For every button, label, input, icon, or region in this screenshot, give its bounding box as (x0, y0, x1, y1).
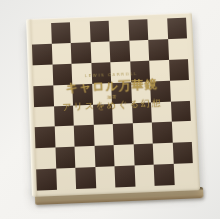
board-cell-r6c1 (35, 127, 55, 149)
board-cell-r4c6 (131, 81, 151, 103)
board-cell-r2c8 (168, 38, 188, 59)
board-cell-r8c4 (95, 166, 115, 188)
board-cell-r4c2 (53, 84, 73, 106)
board-cell-r4c8 (169, 80, 189, 102)
board-cell-r2c6 (129, 40, 149, 61)
board-cell-r6c8 (171, 121, 191, 143)
board-cell-r4c3 (72, 83, 92, 105)
board-cell-r5c8 (170, 100, 190, 122)
board-cell-r1c7 (147, 18, 167, 39)
board-cell-r8c2 (56, 168, 76, 190)
board-cell-r5c1 (34, 106, 54, 128)
board-cell-r6c5 (113, 124, 133, 146)
book-cover: LEWIS CARROLL キャロル万華鏡 編著 アリスをめぐる幻想 (26, 13, 200, 197)
board-cell-r8c6 (134, 165, 154, 187)
board-cell-r3c1 (33, 64, 53, 86)
board-cell-r6c3 (74, 125, 94, 147)
board-cell-r2c3 (71, 42, 91, 63)
board-cell-r1c2 (51, 22, 71, 43)
board-cell-r6c7 (152, 122, 172, 144)
board-cell-r5c4 (92, 104, 112, 126)
board-cell-r8c7 (154, 164, 175, 186)
board-cell-r7c3 (75, 146, 95, 168)
board-cell-r1c6 (128, 19, 148, 40)
board-cell-r4c4 (92, 83, 112, 105)
board-cell-r5c2 (54, 105, 74, 127)
board-cell-r3c6 (130, 60, 150, 82)
board-cell-r6c2 (54, 126, 74, 148)
board-cell-r8c5 (115, 166, 135, 188)
board-cell-r6c4 (93, 124, 113, 146)
board-cell-r3c5 (110, 61, 130, 83)
board-cell-r4c5 (111, 82, 131, 104)
board-cell-r1c5 (109, 20, 129, 41)
board-cell-r1c8 (167, 18, 187, 39)
board-cell-r3c8 (169, 59, 189, 80)
board-cell-r2c7 (148, 39, 168, 60)
board-cell-r3c7 (149, 60, 169, 81)
board-cell-r2c5 (109, 41, 129, 62)
board-cell-r3c2 (52, 64, 72, 86)
board-cell-r6c6 (132, 123, 152, 145)
board-cell-r7c2 (55, 147, 75, 169)
board-cell-r8c8 (173, 163, 194, 185)
board-cell-r7c5 (114, 145, 134, 167)
board-cell-r1c3 (70, 22, 90, 43)
board-cell-r8c1 (36, 169, 56, 191)
board-cell-r7c1 (35, 148, 55, 170)
board-cell-r2c4 (90, 41, 110, 62)
board-cell-r4c7 (150, 80, 170, 102)
board-cell-r3c4 (91, 62, 111, 84)
board-cell-r1c1 (31, 23, 51, 44)
checkerboard (31, 18, 194, 191)
board-cell-r7c4 (94, 145, 114, 167)
board-cell-r5c6 (131, 102, 151, 124)
board-cell-r2c2 (51, 43, 71, 64)
board-cell-r5c3 (73, 104, 93, 126)
board-cell-r4c1 (33, 85, 53, 107)
board-cell-r7c8 (172, 142, 193, 164)
board-cell-r7c7 (153, 143, 173, 165)
board-cell-r7c6 (133, 144, 153, 166)
board-cell-r2c1 (32, 44, 52, 65)
board-cell-r3c3 (71, 63, 91, 85)
board-cell-r5c7 (151, 101, 171, 123)
board-cell-r1c4 (89, 21, 109, 42)
board-cell-r5c5 (112, 103, 132, 125)
photo-background: LEWIS CARROLL キャロル万華鏡 編著 アリスをめぐる幻想 (0, 0, 220, 219)
board-cell-r8c3 (75, 167, 95, 189)
book: LEWIS CARROLL キャロル万華鏡 編著 アリスをめぐる幻想 (26, 13, 200, 197)
